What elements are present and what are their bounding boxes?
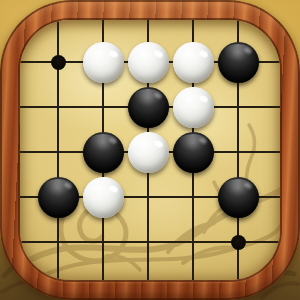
stone-black — [218, 42, 259, 83]
stone-black — [38, 177, 79, 218]
star-point — [51, 55, 66, 70]
stone-white — [128, 42, 169, 83]
gold-parchment-background — [0, 0, 300, 300]
stone-black — [128, 87, 169, 128]
stone-black — [218, 177, 259, 218]
stone-white — [173, 42, 214, 83]
stone-white — [128, 132, 169, 173]
app-icon[interactable] — [0, 0, 300, 300]
go-board[interactable] — [20, 20, 280, 280]
stone-black — [173, 132, 214, 173]
stone-white — [83, 177, 124, 218]
star-point — [231, 235, 246, 250]
stone-white — [173, 87, 214, 128]
stone-black — [83, 132, 124, 173]
stone-white — [83, 42, 124, 83]
